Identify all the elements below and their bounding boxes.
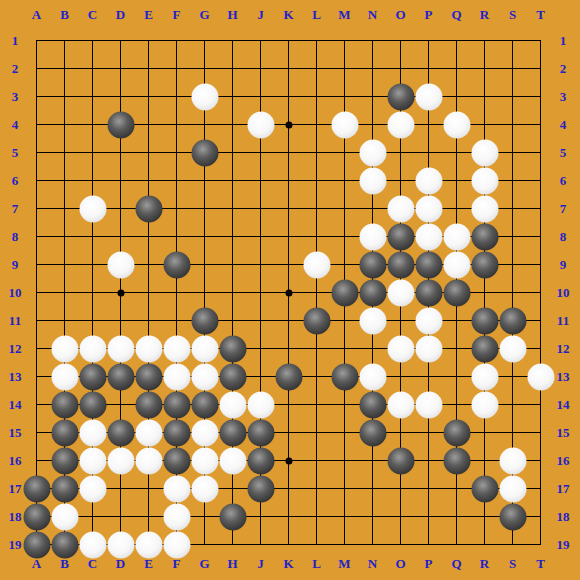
black-stone[interactable] — [471, 251, 498, 278]
black-stone[interactable] — [51, 391, 78, 418]
white-stone[interactable] — [359, 363, 386, 390]
column-label-bottom: R — [480, 556, 489, 572]
white-stone[interactable] — [51, 335, 78, 362]
black-stone[interactable] — [191, 307, 218, 334]
white-stone[interactable] — [107, 531, 134, 558]
black-stone[interactable] — [163, 419, 190, 446]
grid-line — [36, 488, 541, 489]
column-label-bottom: A — [32, 556, 41, 572]
black-stone[interactable] — [443, 447, 470, 474]
column-label-top: G — [199, 7, 209, 23]
white-stone[interactable] — [443, 111, 470, 138]
white-stone[interactable] — [527, 363, 554, 390]
row-label-right: 11 — [557, 313, 569, 329]
black-stone[interactable] — [387, 447, 414, 474]
white-stone[interactable] — [163, 335, 190, 362]
black-stone[interactable] — [163, 447, 190, 474]
column-label-bottom: Q — [451, 556, 461, 572]
white-stone[interactable] — [415, 195, 442, 222]
white-stone[interactable] — [163, 531, 190, 558]
row-label-right: 9 — [560, 257, 567, 273]
column-label-bottom: J — [257, 556, 264, 572]
white-stone[interactable] — [415, 335, 442, 362]
row-label-right: 17 — [557, 481, 570, 497]
row-label-left: 15 — [9, 425, 22, 441]
white-stone[interactable] — [359, 139, 386, 166]
black-stone[interactable] — [471, 307, 498, 334]
black-stone[interactable] — [51, 447, 78, 474]
grid-line — [36, 320, 541, 321]
column-label-top: F — [173, 7, 181, 23]
black-stone[interactable] — [443, 419, 470, 446]
row-label-left: 5 — [12, 145, 19, 161]
row-label-left: 13 — [9, 369, 22, 385]
white-stone[interactable] — [191, 335, 218, 362]
column-label-bottom: O — [395, 556, 405, 572]
grid-line — [36, 404, 541, 405]
black-stone[interactable] — [359, 391, 386, 418]
white-stone[interactable] — [387, 195, 414, 222]
column-label-top: K — [283, 7, 293, 23]
row-label-left: 12 — [9, 341, 22, 357]
black-stone[interactable] — [359, 279, 386, 306]
black-stone[interactable] — [51, 531, 78, 558]
black-stone[interactable] — [219, 363, 246, 390]
white-stone[interactable] — [499, 335, 526, 362]
white-stone[interactable] — [191, 475, 218, 502]
white-stone[interactable] — [51, 363, 78, 390]
row-label-left: 19 — [9, 537, 22, 553]
row-label-left: 1 — [12, 33, 19, 49]
white-stone[interactable] — [387, 335, 414, 362]
black-stone[interactable] — [415, 251, 442, 278]
column-label-bottom: F — [173, 556, 181, 572]
column-label-bottom: P — [425, 556, 433, 572]
row-label-left: 18 — [9, 509, 22, 525]
black-stone[interactable] — [23, 475, 50, 502]
row-label-left: 8 — [12, 229, 19, 245]
row-label-left: 6 — [12, 173, 19, 189]
row-label-right: 14 — [557, 397, 570, 413]
row-label-right: 2 — [560, 61, 567, 77]
star-point — [117, 289, 124, 296]
row-label-left: 3 — [12, 89, 19, 105]
white-stone[interactable] — [415, 391, 442, 418]
white-stone[interactable] — [471, 195, 498, 222]
column-label-bottom: L — [312, 556, 321, 572]
column-label-bottom: G — [199, 556, 209, 572]
black-stone[interactable] — [163, 251, 190, 278]
black-stone[interactable] — [471, 475, 498, 502]
column-label-top: C — [88, 7, 97, 23]
white-stone[interactable] — [443, 223, 470, 250]
black-stone[interactable] — [23, 531, 50, 558]
column-label-top: N — [368, 7, 377, 23]
column-label-top: T — [536, 7, 545, 23]
white-stone[interactable] — [191, 419, 218, 446]
white-stone[interactable] — [415, 307, 442, 334]
grid-line — [540, 40, 541, 545]
row-label-left: 2 — [12, 61, 19, 77]
row-label-right: 15 — [557, 425, 570, 441]
black-stone[interactable] — [443, 279, 470, 306]
black-stone[interactable] — [79, 363, 106, 390]
grid-line — [316, 40, 317, 545]
column-label-top: A — [32, 7, 41, 23]
white-stone[interactable] — [247, 391, 274, 418]
black-stone[interactable] — [247, 419, 274, 446]
grid-line — [484, 40, 485, 545]
column-label-bottom: M — [338, 556, 350, 572]
row-label-right: 6 — [560, 173, 567, 189]
black-stone[interactable] — [359, 419, 386, 446]
row-label-right: 19 — [557, 537, 570, 553]
row-label-left: 7 — [12, 201, 19, 217]
black-stone[interactable] — [331, 279, 358, 306]
column-label-bottom: E — [144, 556, 153, 572]
black-stone[interactable] — [51, 419, 78, 446]
white-stone[interactable] — [79, 531, 106, 558]
black-stone[interactable] — [191, 391, 218, 418]
black-stone[interactable] — [471, 335, 498, 362]
row-label-left: 11 — [9, 313, 21, 329]
column-label-top: L — [312, 7, 321, 23]
white-stone[interactable] — [415, 83, 442, 110]
white-stone[interactable] — [415, 167, 442, 194]
white-stone[interactable] — [499, 447, 526, 474]
white-stone[interactable] — [219, 447, 246, 474]
column-label-top: J — [257, 7, 264, 23]
black-stone[interactable] — [387, 223, 414, 250]
white-stone[interactable] — [247, 111, 274, 138]
row-label-left: 17 — [9, 481, 22, 497]
black-stone[interactable] — [107, 363, 134, 390]
white-stone[interactable] — [359, 167, 386, 194]
black-stone[interactable] — [51, 475, 78, 502]
row-label-right: 18 — [557, 509, 570, 525]
go-board[interactable]: AABBCCDDEEFFGGHHJJKKLLMMNNOOPPQQRRSSTT11… — [0, 0, 580, 580]
column-label-bottom: B — [60, 556, 69, 572]
black-stone[interactable] — [247, 475, 274, 502]
column-label-top: S — [509, 7, 516, 23]
column-label-bottom: K — [283, 556, 293, 572]
black-stone[interactable] — [499, 503, 526, 530]
row-label-right: 7 — [560, 201, 567, 217]
white-stone[interactable] — [387, 391, 414, 418]
column-label-top: P — [425, 7, 433, 23]
row-label-right: 16 — [557, 453, 570, 469]
black-stone[interactable] — [191, 139, 218, 166]
white-stone[interactable] — [163, 475, 190, 502]
white-stone[interactable] — [135, 447, 162, 474]
black-stone[interactable] — [135, 391, 162, 418]
black-stone[interactable] — [219, 503, 246, 530]
black-stone[interactable] — [387, 251, 414, 278]
row-label-right: 4 — [560, 117, 567, 133]
white-stone[interactable] — [499, 475, 526, 502]
black-stone[interactable] — [331, 363, 358, 390]
column-label-bottom: N — [368, 556, 377, 572]
white-stone[interactable] — [331, 111, 358, 138]
column-label-top: O — [395, 7, 405, 23]
black-stone[interactable] — [23, 503, 50, 530]
white-stone[interactable] — [471, 363, 498, 390]
column-label-bottom: T — [536, 556, 545, 572]
star-point — [285, 121, 292, 128]
row-label-left: 10 — [9, 285, 22, 301]
white-stone[interactable] — [163, 503, 190, 530]
white-stone[interactable] — [135, 531, 162, 558]
white-stone[interactable] — [79, 419, 106, 446]
white-stone[interactable] — [107, 335, 134, 362]
white-stone[interactable] — [415, 223, 442, 250]
black-stone[interactable] — [471, 223, 498, 250]
row-label-right: 12 — [557, 341, 570, 357]
white-stone[interactable] — [79, 195, 106, 222]
white-stone[interactable] — [303, 251, 330, 278]
row-label-right: 5 — [560, 145, 567, 161]
black-stone[interactable] — [359, 251, 386, 278]
grid-line — [36, 516, 541, 517]
black-stone[interactable] — [107, 111, 134, 138]
black-stone[interactable] — [135, 195, 162, 222]
white-stone[interactable] — [191, 447, 218, 474]
white-stone[interactable] — [135, 419, 162, 446]
row-label-right: 13 — [557, 369, 570, 385]
star-point — [285, 289, 292, 296]
column-label-top: B — [60, 7, 69, 23]
white-stone[interactable] — [443, 251, 470, 278]
white-stone[interactable] — [359, 223, 386, 250]
column-label-top: H — [227, 7, 237, 23]
white-stone[interactable] — [471, 139, 498, 166]
column-label-bottom: D — [116, 556, 125, 572]
white-stone[interactable] — [79, 447, 106, 474]
column-label-bottom: H — [227, 556, 237, 572]
white-stone[interactable] — [471, 391, 498, 418]
row-label-left: 14 — [9, 397, 22, 413]
white-stone[interactable] — [79, 335, 106, 362]
row-label-left: 16 — [9, 453, 22, 469]
row-label-left: 4 — [12, 117, 19, 133]
black-stone[interactable] — [247, 447, 274, 474]
column-label-top: Q — [451, 7, 461, 23]
row-label-right: 1 — [560, 33, 567, 49]
white-stone[interactable] — [107, 447, 134, 474]
white-stone[interactable] — [191, 83, 218, 110]
black-stone[interactable] — [275, 363, 302, 390]
white-stone[interactable] — [51, 503, 78, 530]
column-label-bottom: C — [88, 556, 97, 572]
white-stone[interactable] — [387, 111, 414, 138]
white-stone[interactable] — [471, 167, 498, 194]
black-stone[interactable] — [79, 391, 106, 418]
star-point — [285, 457, 292, 464]
black-stone[interactable] — [219, 335, 246, 362]
row-label-right: 8 — [560, 229, 567, 245]
black-stone[interactable] — [219, 419, 246, 446]
white-stone[interactable] — [107, 251, 134, 278]
black-stone[interactable] — [135, 363, 162, 390]
column-label-top: E — [144, 7, 153, 23]
black-stone[interactable] — [163, 391, 190, 418]
column-label-top: M — [338, 7, 350, 23]
black-stone[interactable] — [499, 307, 526, 334]
white-stone[interactable] — [79, 475, 106, 502]
row-label-right: 3 — [560, 89, 567, 105]
white-stone[interactable] — [359, 307, 386, 334]
white-stone[interactable] — [219, 391, 246, 418]
black-stone[interactable] — [387, 83, 414, 110]
black-stone[interactable] — [415, 279, 442, 306]
black-stone[interactable] — [107, 419, 134, 446]
column-label-bottom: S — [509, 556, 516, 572]
row-label-right: 10 — [557, 285, 570, 301]
white-stone[interactable] — [135, 335, 162, 362]
black-stone[interactable] — [303, 307, 330, 334]
column-label-top: D — [116, 7, 125, 23]
white-stone[interactable] — [387, 279, 414, 306]
column-label-top: R — [480, 7, 489, 23]
white-stone[interactable] — [191, 363, 218, 390]
row-label-left: 9 — [12, 257, 19, 273]
white-stone[interactable] — [163, 363, 190, 390]
